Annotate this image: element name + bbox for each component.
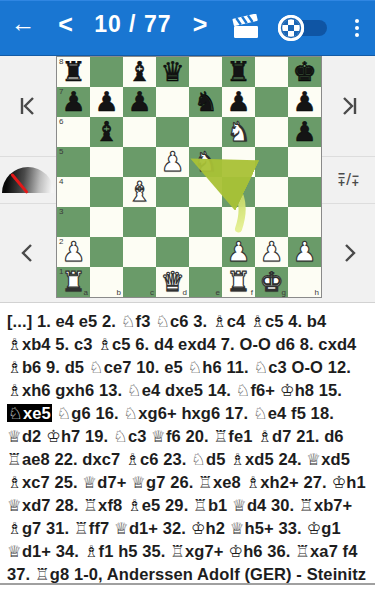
- square-f5[interactable]: [222, 147, 255, 177]
- piece-black-king: ♚: [292, 57, 316, 87]
- piece-white-pawn: ♟: [259, 237, 283, 267]
- piece-white-knight: ♞: [226, 117, 250, 147]
- square-e7[interactable]: ♞: [189, 87, 222, 117]
- square-a6[interactable]: 6: [57, 117, 90, 147]
- evaluation-gauge: [0, 156, 56, 204]
- square-d4[interactable]: [156, 177, 189, 207]
- back-button[interactable]: ←: [0, 9, 46, 38]
- square-h6[interactable]: ♟: [288, 117, 321, 147]
- overflow-menu-icon[interactable]: [338, 19, 375, 37]
- square-f4[interactable]: [222, 177, 255, 207]
- board-section: 8♜♝♛♜♚7♟♟♟♞♟♟6♝♞♟5♟♞4♝32♟♟♟♟1a♜bcd♛ef♜g♚…: [0, 56, 375, 303]
- moves-before-current[interactable]: [...] 1. e4 e5 2. ♘f3 ♘c6 3. ♗c4 ♗c5 4. …: [7, 312, 356, 399]
- square-c5[interactable]: [123, 147, 156, 177]
- piece-white-rook: ♜: [61, 267, 85, 297]
- square-g2[interactable]: ♟: [255, 237, 288, 267]
- square-g3[interactable]: [255, 207, 288, 237]
- square-e8[interactable]: [189, 57, 222, 87]
- square-b1[interactable]: b: [90, 267, 123, 297]
- moves-after-current[interactable]: ♘g6 16. ♘xg6+ hxg6 17. ♘e4 f5 18. ♕d2 ♔h…: [7, 404, 366, 583]
- square-f1[interactable]: f♜: [222, 267, 255, 297]
- piece-black-pawn: ♟: [61, 87, 85, 117]
- square-a3[interactable]: 3: [57, 207, 90, 237]
- square-d6[interactable]: [156, 117, 189, 147]
- square-a8[interactable]: 8♜: [57, 57, 90, 87]
- rank-label: 3: [59, 207, 63, 216]
- chess-app-screen: ← < 10 / 77 >: [0, 0, 375, 592]
- square-b2[interactable]: [90, 237, 123, 267]
- square-h7[interactable]: ♟: [288, 87, 321, 117]
- square-f8[interactable]: ♜: [222, 57, 255, 87]
- file-label: f: [251, 288, 253, 297]
- square-g8[interactable]: [255, 57, 288, 87]
- square-h2[interactable]: ♟: [288, 237, 321, 267]
- square-a7[interactable]: 7♟: [57, 87, 90, 117]
- square-d1[interactable]: d♛: [156, 267, 189, 297]
- square-e5[interactable]: ♞: [189, 147, 222, 177]
- square-f3[interactable]: [222, 207, 255, 237]
- square-g6[interactable]: [255, 117, 288, 147]
- prev-game-button[interactable]: <: [46, 10, 85, 39]
- top-app-bar: ← < 10 / 77 >: [0, 0, 375, 56]
- piece-white-king: ♚: [259, 267, 283, 297]
- square-b8[interactable]: [90, 57, 123, 87]
- square-h3[interactable]: [288, 207, 321, 237]
- file-label: d: [183, 288, 187, 297]
- game-counter: 10 / 77: [85, 11, 181, 38]
- file-label: c: [150, 288, 154, 297]
- square-g4[interactable]: [255, 177, 288, 207]
- move-list[interactable]: [...] 1. e4 e5 2. ♘f3 ♘c6 3. ♗c4 ♗c5 4. …: [0, 303, 375, 583]
- square-g7[interactable]: [255, 87, 288, 117]
- square-c3[interactable]: [123, 207, 156, 237]
- piece-white-queen: ♛: [160, 267, 184, 297]
- next-game-button[interactable]: >: [181, 10, 220, 39]
- go-to-end-button[interactable]: [322, 56, 375, 156]
- square-g5[interactable]: [255, 147, 288, 177]
- square-b4[interactable]: [90, 177, 123, 207]
- piece-white-rook: ♜: [226, 267, 250, 297]
- file-label: h: [315, 288, 319, 297]
- piece-black-pawn: ♟: [292, 87, 316, 117]
- piece-black-bishop: ♝: [127, 57, 151, 87]
- right-controls: =+ / −+: [322, 56, 375, 302]
- rank-label: 7: [59, 87, 63, 96]
- square-d2[interactable]: [156, 237, 189, 267]
- square-e3[interactable]: [189, 207, 222, 237]
- square-b5[interactable]: [90, 147, 123, 177]
- piece-black-pawn: ♟: [226, 87, 250, 117]
- rank-label: 6: [59, 117, 63, 126]
- rank-label: 2: [59, 237, 63, 246]
- file-label: a: [84, 288, 88, 297]
- square-h1[interactable]: h: [288, 267, 321, 297]
- piece-black-pawn: ♟: [127, 87, 151, 117]
- piece-black-queen: ♛: [160, 57, 184, 87]
- rank-label: 5: [59, 147, 63, 156]
- gauge-needle: [10, 173, 28, 194]
- file-label: b: [117, 288, 121, 297]
- square-b6[interactable]: ♝: [90, 117, 123, 147]
- square-a2[interactable]: 2♟: [57, 237, 90, 267]
- square-d8[interactable]: ♛: [156, 57, 189, 87]
- square-c7[interactable]: ♟: [123, 87, 156, 117]
- bottom-divider: [0, 583, 375, 592]
- square-c6[interactable]: [123, 117, 156, 147]
- piece-white-pawn: ♟: [292, 237, 316, 267]
- square-f6[interactable]: ♞: [222, 117, 255, 147]
- piece-black-rook: ♜: [226, 57, 250, 87]
- piece-black-rook: ♜: [61, 57, 85, 87]
- piece-white-knight: ♞: [193, 147, 217, 177]
- evaluation-symbol-button[interactable]: =+ / −+: [322, 156, 375, 204]
- square-h5[interactable]: [288, 147, 321, 177]
- square-f2[interactable]: ♟: [222, 237, 255, 267]
- current-move[interactable]: ♘xe5: [7, 404, 52, 422]
- square-d7[interactable]: [156, 87, 189, 117]
- square-a1[interactable]: 1a♜: [57, 267, 90, 297]
- previous-move-button[interactable]: [0, 204, 56, 302]
- file-label: e: [216, 288, 220, 297]
- square-d3[interactable]: [156, 207, 189, 237]
- piece-white-pawn: ♟: [226, 237, 250, 267]
- chess-board[interactable]: 8♜♝♛♜♚7♟♟♟♞♟♟6♝♞♟5♟♞4♝32♟♟♟♟1a♜bcd♛ef♜g♚…: [56, 56, 322, 298]
- piece-white-pawn: ♟: [61, 237, 85, 267]
- piece-white-bishop: ♝: [127, 177, 151, 207]
- square-c2[interactable]: [123, 237, 156, 267]
- gauge-dial: [2, 167, 54, 193]
- file-label: g: [282, 288, 286, 297]
- square-b3[interactable]: [90, 207, 123, 237]
- rank-label: 4: [59, 177, 63, 186]
- eval-symbol: =+ / −+: [338, 170, 359, 190]
- square-d5[interactable]: ♟: [156, 147, 189, 177]
- square-c8[interactable]: ♝: [123, 57, 156, 87]
- piece-black-pawn: ♟: [94, 87, 118, 117]
- square-e2[interactable]: [189, 237, 222, 267]
- chess-board-container: 8♜♝♛♜♚7♟♟♟♞♟♟6♝♞♟5♟♞4♝32♟♟♟♟1a♜bcd♛ef♜g♚…: [56, 56, 322, 302]
- square-b7[interactable]: ♟: [90, 87, 123, 117]
- piece-black-bishop: ♝: [94, 117, 118, 147]
- next-move-button[interactable]: [322, 204, 375, 302]
- board-view-toggle[interactable]: [273, 13, 330, 43]
- square-g1[interactable]: g♚: [255, 267, 288, 297]
- square-e4[interactable]: [189, 177, 222, 207]
- left-controls: [0, 56, 56, 302]
- square-a4[interactable]: 4: [57, 177, 90, 207]
- square-h4[interactable]: [288, 177, 321, 207]
- square-a5[interactable]: 5: [57, 147, 90, 177]
- rank-label: 1: [59, 267, 63, 276]
- piece-black-knight: ♞: [193, 87, 217, 117]
- square-e6[interactable]: [189, 117, 222, 147]
- square-f7[interactable]: ♟: [222, 87, 255, 117]
- square-c1[interactable]: c: [123, 267, 156, 297]
- square-h8[interactable]: ♚: [288, 57, 321, 87]
- go-to-start-button[interactable]: [0, 56, 56, 156]
- autoplay-clapperboard-icon[interactable]: [219, 14, 272, 42]
- square-e1[interactable]: e: [189, 267, 222, 297]
- piece-white-pawn: ♟: [160, 147, 184, 177]
- rank-label: 8: [59, 57, 63, 66]
- piece-black-pawn: ♟: [292, 117, 316, 147]
- square-c4[interactable]: ♝: [123, 177, 156, 207]
